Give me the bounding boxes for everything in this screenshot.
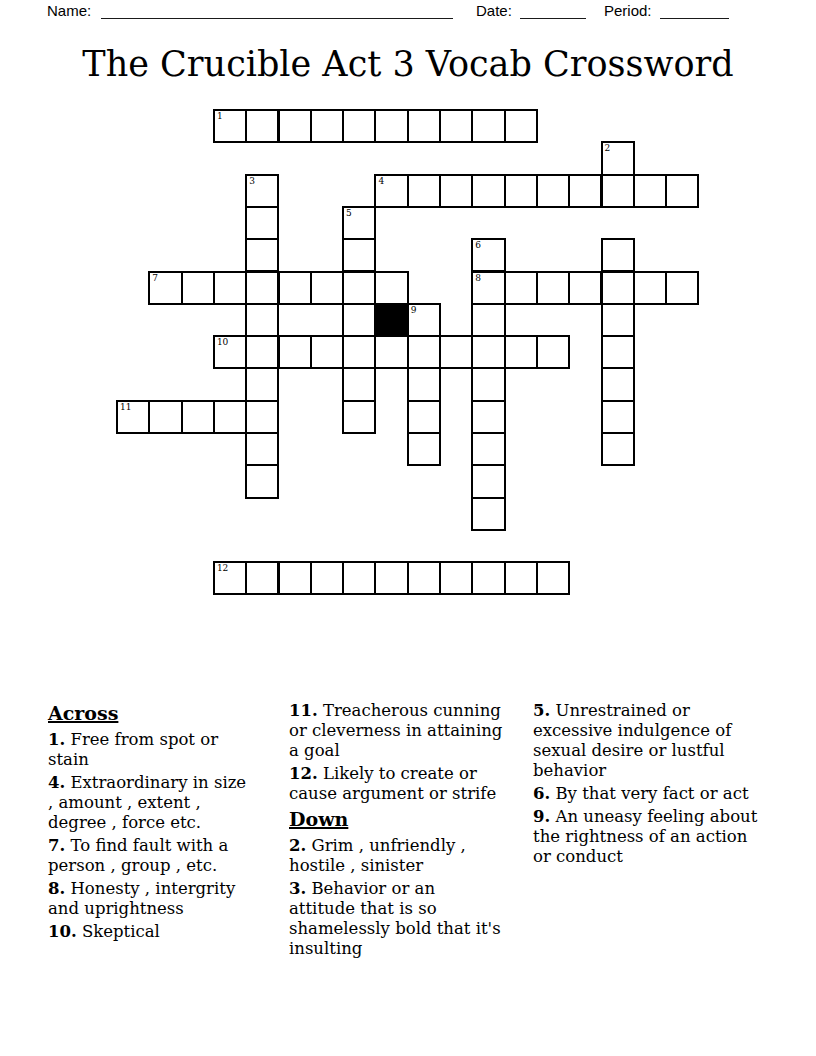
grid-cell[interactable]: 2 [601,141,635,175]
grid-cell[interactable] [471,464,505,498]
grid-cell[interactable] [601,271,635,305]
clue-number: 9. [533,807,550,826]
grid-cell[interactable] [471,109,505,143]
grid-cell[interactable] [471,561,505,595]
cell-number: 1 [217,111,223,121]
grid-cell[interactable] [342,561,376,595]
grid-cell[interactable] [601,432,635,466]
clue-number: 2. [289,836,306,855]
clue-11: 11. Treacherous cunning or cleverness in… [289,701,504,761]
period-label: Period: [604,2,652,19]
clue-12: 12. Likely to create or cause argument o… [289,764,504,804]
grid-cell[interactable] [601,400,635,434]
cell-number: 5 [346,208,352,218]
cell-number: 9 [411,305,417,315]
grid-cell[interactable] [601,367,635,401]
page-title: The Crucible Act 3 Vocab Crossword [0,40,816,88]
grid-cell[interactable] [342,400,376,434]
grid-cell[interactable] [245,303,279,337]
grid-cell[interactable] [471,367,505,401]
name-label: Name: [47,2,91,19]
grid-cell[interactable] [310,335,344,369]
grid-cell[interactable]: 1 [213,109,247,143]
cell-number: 8 [475,273,481,283]
grid-cell[interactable] [504,335,538,369]
grid-cell[interactable] [245,400,279,434]
grid-cell[interactable] [310,271,344,305]
clue-1: 1. Free from spot or stain [48,730,252,770]
grid-cell[interactable] [407,367,441,401]
grid-cell[interactable] [568,271,602,305]
grid-cell[interactable] [536,271,570,305]
grid-cell[interactable] [536,174,570,208]
clue-list-header-across: Across [48,701,252,725]
grid-cell[interactable] [439,174,473,208]
clue-number: 7. [48,836,65,855]
grid-cell[interactable] [407,400,441,434]
grid-cell[interactable] [245,238,279,272]
grid-cell[interactable] [374,561,408,595]
clue-column-3: 5. Unrestrained or excessive indulgence … [533,701,761,870]
clue-3: 3. Behavior or an attitude that is so sh… [289,879,504,959]
cell-number: 7 [152,273,158,283]
grid-cell[interactable]: 8 [471,271,505,305]
grid-cell[interactable] [245,109,279,143]
name-blank[interactable] [101,2,453,19]
grid-cell[interactable] [601,174,635,208]
cell-number: 4 [378,176,384,186]
grid-cell[interactable]: 3 [245,174,279,208]
clue-number: 11. [289,701,318,720]
clue-number: 1. [48,730,65,749]
grid-cell[interactable]: 12 [213,561,247,595]
grid-cell[interactable] [407,432,441,466]
clue-6: 6. By that very fact or act [533,784,761,804]
grid-cell[interactable] [213,400,247,434]
grid-cell[interactable]: 7 [148,271,182,305]
cell-number: 6 [475,240,481,250]
clue-number: 4. [48,773,65,792]
grid-cell[interactable] [439,335,473,369]
grid-cell[interactable] [278,271,312,305]
grid-cell[interactable] [407,109,441,143]
grid-cell[interactable] [568,174,602,208]
grid-cell[interactable] [601,238,635,272]
grid-cell[interactable]: 10 [213,335,247,369]
clue-number: 3. [289,879,306,898]
grid-cell[interactable] [342,367,376,401]
grid-cell[interactable] [374,271,408,305]
grid-cell[interactable]: 4 [374,174,408,208]
grid-cell[interactable] [471,400,505,434]
crossword-grid: 123456789101112 [117,110,701,597]
clue-9: 9. An uneasy feeling about the rightness… [533,807,761,867]
cell-number: 3 [249,176,255,186]
grid-cell[interactable] [665,174,699,208]
blocked-cell [374,303,408,337]
grid-cell[interactable] [342,303,376,337]
worksheet-page: Name: Date: Period: The Crucible Act 3 V… [0,0,816,1056]
clue-number: 8. [48,879,65,898]
grid-cell[interactable] [504,561,538,595]
grid-cell[interactable] [278,109,312,143]
grid-cell[interactable] [439,561,473,595]
date-blank[interactable] [520,2,586,19]
clue-column-1: Across1. Free from spot or stain4. Extra… [48,701,252,945]
grid-cell[interactable] [213,271,247,305]
grid-cell[interactable] [342,238,376,272]
grid-cell[interactable] [665,271,699,305]
grid-cell[interactable] [310,109,344,143]
grid-cell[interactable] [504,271,538,305]
grid-cell[interactable] [181,271,215,305]
grid-cell[interactable] [471,497,505,531]
grid-cell[interactable] [245,206,279,240]
date-label: Date: [476,2,512,19]
clue-number: 5. [533,701,550,720]
grid-cell[interactable] [471,303,505,337]
clue-10: 10. Skeptical [48,922,252,942]
grid-cell[interactable] [245,271,279,305]
clue-column-2: 11. Treacherous cunning or cleverness in… [289,701,504,962]
grid-cell[interactable]: 5 [342,206,376,240]
grid-cell[interactable] [407,174,441,208]
grid-cell[interactable]: 6 [471,238,505,272]
cell-number: 10 [217,337,228,347]
grid-cell[interactable] [536,335,570,369]
grid-cell[interactable] [601,335,635,369]
grid-cell[interactable] [278,335,312,369]
grid-cell[interactable] [471,335,505,369]
grid-cell[interactable] [374,335,408,369]
grid-cell[interactable] [342,335,376,369]
grid-cell[interactable] [245,464,279,498]
clue-list-header-down: Down [289,807,504,831]
grid-cell[interactable] [342,109,376,143]
clue-number: 12. [289,764,318,783]
clue-number: 10. [48,922,77,941]
grid-cell[interactable] [310,561,344,595]
grid-cell[interactable] [439,109,473,143]
clue-8: 8. Honesty , intergrity and uprightness [48,879,252,919]
cell-number: 2 [605,143,611,153]
grid-cell[interactable] [374,109,408,143]
grid-cell[interactable] [245,335,279,369]
grid-cell[interactable] [601,303,635,337]
grid-cell[interactable] [471,432,505,466]
grid-cell[interactable] [504,109,538,143]
grid-cell[interactable] [278,561,312,595]
clue-7: 7. To find fault with a person , group ,… [48,836,252,876]
clue-4: 4. Extraordinary in size , amount , exte… [48,773,252,833]
grid-cell[interactable]: 11 [116,400,150,434]
grid-cell[interactable] [342,271,376,305]
cell-number: 12 [217,563,228,573]
grid-cell[interactable]: 9 [407,303,441,337]
grid-cell[interactable] [471,174,505,208]
grid-cell[interactable] [504,174,538,208]
grid-cell[interactable] [536,561,570,595]
grid-cell[interactable] [181,400,215,434]
grid-cell[interactable] [407,561,441,595]
cell-number: 11 [120,402,131,412]
grid-cell[interactable] [407,335,441,369]
grid-cell[interactable] [633,271,667,305]
clue-number: 6. [533,784,550,803]
clue-2: 2. Grim , unfriendly , hostile , siniste… [289,836,504,876]
grid-cell[interactable] [245,432,279,466]
grid-cell[interactable] [633,174,667,208]
clue-5: 5. Unrestrained or excessive indulgence … [533,701,761,781]
grid-cell[interactable] [245,367,279,401]
grid-cell[interactable] [148,400,182,434]
period-blank[interactable] [660,2,729,19]
grid-cell[interactable] [245,561,279,595]
